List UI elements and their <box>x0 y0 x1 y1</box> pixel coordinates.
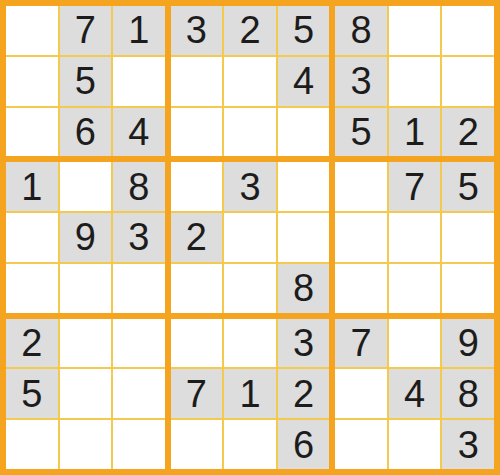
box-r1c2: 3254 <box>171 6 330 156</box>
cell-r5c7[interactable] <box>335 213 387 262</box>
cell-r3c5[interactable] <box>224 108 276 157</box>
box-r1c3: 83512 <box>335 6 494 156</box>
cell-r9c8[interactable] <box>389 420 441 469</box>
cell-r5c6[interactable] <box>278 213 330 262</box>
cell-r2c4[interactable] <box>171 57 223 106</box>
cell-r1c6: 5 <box>278 6 330 55</box>
cell-r7c8[interactable] <box>389 319 441 368</box>
cell-r6c9[interactable] <box>442 264 494 313</box>
cell-r8c9: 8 <box>442 369 494 418</box>
cell-r6c6: 8 <box>278 264 330 313</box>
cell-r3c4[interactable] <box>171 108 223 157</box>
cell-r2c1[interactable] <box>6 57 58 106</box>
cell-r5c3: 3 <box>113 213 165 262</box>
cell-r4c8: 7 <box>389 162 441 211</box>
cell-r4c5: 3 <box>224 162 276 211</box>
cell-r3c8: 1 <box>389 108 441 157</box>
cell-r6c5[interactable] <box>224 264 276 313</box>
cell-r1c1[interactable] <box>6 6 58 55</box>
cell-r4c2[interactable] <box>60 162 112 211</box>
cell-r6c8[interactable] <box>389 264 441 313</box>
cell-r1c8[interactable] <box>389 6 441 55</box>
cell-r8c5: 1 <box>224 369 276 418</box>
cell-r7c5[interactable] <box>224 319 276 368</box>
cell-r1c2: 7 <box>60 6 112 55</box>
box-r3c3: 79483 <box>335 319 494 469</box>
cell-r6c7[interactable] <box>335 264 387 313</box>
cell-r7c6: 3 <box>278 319 330 368</box>
sudoku-board: 71564325483512189332875253712679483 <box>0 0 500 475</box>
cell-r5c4: 2 <box>171 213 223 262</box>
cell-r1c3: 1 <box>113 6 165 55</box>
cell-r9c4[interactable] <box>171 420 223 469</box>
cell-r3c1[interactable] <box>6 108 58 157</box>
cell-r2c5[interactable] <box>224 57 276 106</box>
cell-r8c4: 7 <box>171 369 223 418</box>
cell-r1c7: 8 <box>335 6 387 55</box>
cell-r7c1: 2 <box>6 319 58 368</box>
cell-r8c1: 5 <box>6 369 58 418</box>
cell-r6c2[interactable] <box>60 264 112 313</box>
cell-r3c3: 4 <box>113 108 165 157</box>
cell-r7c2[interactable] <box>60 319 112 368</box>
box-r1c1: 71564 <box>6 6 165 156</box>
box-r3c2: 37126 <box>171 319 330 469</box>
box-r2c2: 328 <box>171 162 330 312</box>
cell-r2c6: 4 <box>278 57 330 106</box>
cell-r8c6: 2 <box>278 369 330 418</box>
cell-r7c9: 9 <box>442 319 494 368</box>
cell-r8c3[interactable] <box>113 369 165 418</box>
cell-r1c4: 3 <box>171 6 223 55</box>
cell-r8c2[interactable] <box>60 369 112 418</box>
cell-r4c6[interactable] <box>278 162 330 211</box>
cell-r2c8[interactable] <box>389 57 441 106</box>
cell-r2c7: 3 <box>335 57 387 106</box>
cell-r5c1[interactable] <box>6 213 58 262</box>
cell-r3c7: 5 <box>335 108 387 157</box>
cell-r2c2: 5 <box>60 57 112 106</box>
cell-r1c9[interactable] <box>442 6 494 55</box>
cell-r3c9: 2 <box>442 108 494 157</box>
cell-r3c6[interactable] <box>278 108 330 157</box>
cell-r4c7[interactable] <box>335 162 387 211</box>
cell-r5c8[interactable] <box>389 213 441 262</box>
box-r2c3: 75 <box>335 162 494 312</box>
cell-r2c3[interactable] <box>113 57 165 106</box>
cell-r7c7: 7 <box>335 319 387 368</box>
cell-r8c7[interactable] <box>335 369 387 418</box>
box-r3c1: 25 <box>6 319 165 469</box>
cell-r9c3[interactable] <box>113 420 165 469</box>
cell-r1c5: 2 <box>224 6 276 55</box>
cell-r5c5[interactable] <box>224 213 276 262</box>
cell-r6c4[interactable] <box>171 264 223 313</box>
cell-r4c4[interactable] <box>171 162 223 211</box>
cell-r5c9[interactable] <box>442 213 494 262</box>
cell-r9c9: 3 <box>442 420 494 469</box>
cell-r6c3[interactable] <box>113 264 165 313</box>
cell-r7c3[interactable] <box>113 319 165 368</box>
cell-r3c2: 6 <box>60 108 112 157</box>
cell-r4c3: 8 <box>113 162 165 211</box>
cell-r4c1: 1 <box>6 162 58 211</box>
cell-r2c9[interactable] <box>442 57 494 106</box>
box-r2c1: 1893 <box>6 162 165 312</box>
cell-r6c1[interactable] <box>6 264 58 313</box>
cell-r9c7[interactable] <box>335 420 387 469</box>
cell-r7c4[interactable] <box>171 319 223 368</box>
cell-r8c8: 4 <box>389 369 441 418</box>
cell-r4c9: 5 <box>442 162 494 211</box>
cell-r9c2[interactable] <box>60 420 112 469</box>
cell-r9c6: 6 <box>278 420 330 469</box>
cell-r9c5[interactable] <box>224 420 276 469</box>
cell-r9c1[interactable] <box>6 420 58 469</box>
cell-r5c2: 9 <box>60 213 112 262</box>
